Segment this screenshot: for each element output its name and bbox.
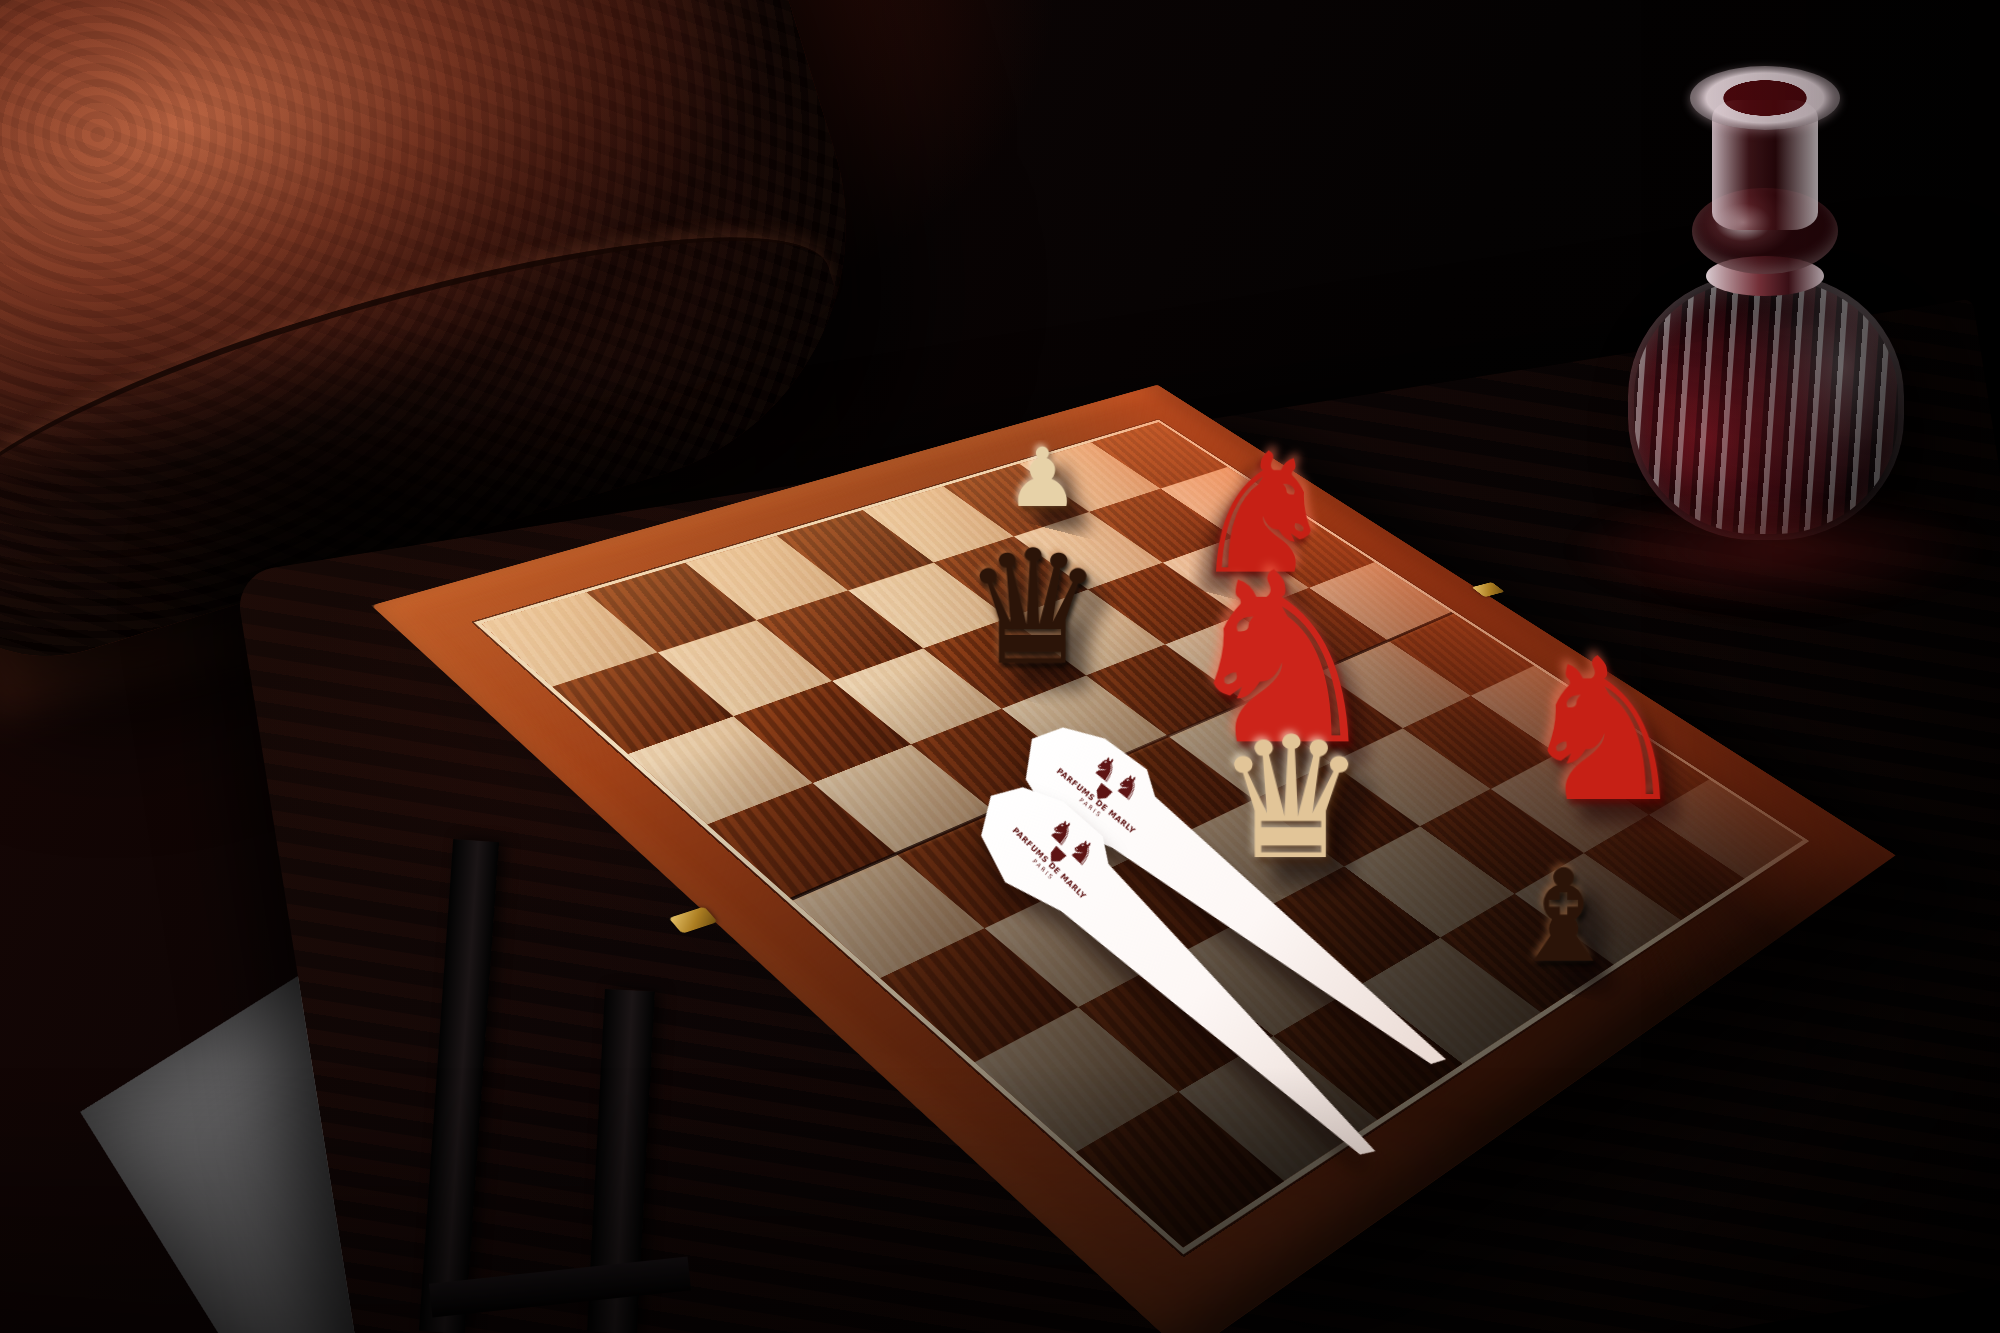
white-pawn[interactable]: ♟	[1006, 440, 1079, 517]
square-h1[interactable]	[482, 592, 659, 687]
red-knight[interactable]: ♞	[1515, 637, 1692, 824]
decanter-rim	[1690, 66, 1840, 130]
crystal-decanter	[1628, 60, 1968, 530]
black-queen[interactable]: ♛	[962, 533, 1104, 683]
red-liquor-glow	[1568, 490, 1988, 610]
black-bishop[interactable]: ♝	[1506, 856, 1621, 978]
photo-scene: ♟♛♞♞♛♞♝ ♞ ♞ ⛊ PARFUMS DE MARLY PARIS ♞ ♞…	[0, 0, 2000, 1333]
